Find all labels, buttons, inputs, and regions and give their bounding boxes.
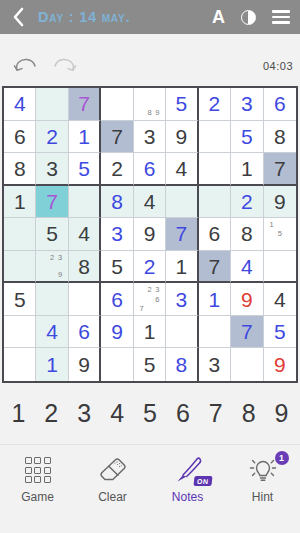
- cell-r8c6[interactable]: [166, 316, 198, 349]
- cell-r5c8[interactable]: 8: [231, 218, 263, 251]
- cell-value: 8: [111, 191, 123, 212]
- cell-value: 9: [78, 354, 90, 375]
- cell-r3c4[interactable]: 2: [101, 153, 133, 186]
- cell-value: 7: [46, 191, 58, 212]
- eraser-icon: [97, 455, 129, 485]
- cell-value: 1: [176, 256, 188, 277]
- cell-value: 1: [14, 191, 26, 212]
- undo-button[interactable]: [12, 56, 38, 77]
- cell-r9c9[interactable]: 9: [264, 348, 296, 381]
- cell-r3c5[interactable]: 6: [134, 153, 166, 186]
- numpad-key-9[interactable]: 9: [265, 392, 298, 434]
- cell-r9c8[interactable]: [231, 348, 263, 381]
- cell-value: 2: [111, 158, 123, 179]
- cell-r2c6[interactable]: 9: [166, 121, 198, 154]
- numpad-key-5[interactable]: 5: [134, 392, 167, 434]
- cell-value: 9: [176, 126, 188, 147]
- cell-r7c7[interactable]: 1: [199, 283, 231, 316]
- cell-value: 7: [274, 158, 286, 179]
- cell-value: 5: [78, 158, 90, 179]
- game-label: Game: [21, 490, 54, 504]
- cell-r8c5[interactable]: 1: [134, 316, 166, 349]
- clear-label: Clear: [98, 490, 127, 504]
- cell-value: 5: [241, 126, 253, 147]
- cell-value: 7: [209, 256, 221, 277]
- notes-label: Notes: [172, 490, 203, 504]
- cell-r5c2[interactable]: 5: [36, 218, 68, 251]
- numpad-key-3[interactable]: 3: [68, 392, 101, 434]
- numpad-key-7[interactable]: 7: [199, 392, 232, 434]
- cell-r5c7[interactable]: 6: [199, 218, 231, 251]
- cell-r1c9[interactable]: 6: [264, 88, 296, 121]
- cell-value: 9: [274, 354, 286, 375]
- cell-r8c4[interactable]: 9: [101, 316, 133, 349]
- cell-value: 7: [241, 321, 253, 342]
- chevron-left-icon: [12, 7, 24, 27]
- cell-r1c5[interactable]: 89: [134, 88, 166, 121]
- cell-r6c8[interactable]: 4: [231, 251, 263, 284]
- cell-r4c4[interactable]: 8: [101, 186, 133, 219]
- cell-value: 4: [274, 289, 286, 310]
- cell-value: 1: [209, 289, 221, 310]
- cell-r1c7[interactable]: 2: [199, 88, 231, 121]
- cell-r5c4[interactable]: 3: [101, 218, 133, 251]
- cell-value: 2: [144, 256, 156, 277]
- cell-value: 9: [111, 321, 123, 342]
- cell-r3c2[interactable]: 3: [36, 153, 68, 186]
- cell-value: 8: [78, 256, 90, 277]
- page-title: Day : 14 may.: [38, 9, 130, 25]
- cell-r1c4[interactable]: [101, 88, 133, 121]
- game-grid-icon: [22, 455, 54, 485]
- cell-value: 4: [176, 158, 188, 179]
- cell-r3c7[interactable]: [199, 153, 231, 186]
- cell-value: 3: [144, 126, 156, 147]
- cell-value: 7: [176, 223, 188, 244]
- cell-r7c2[interactable]: [36, 283, 68, 316]
- cell-r6c1[interactable]: [4, 251, 36, 284]
- cell-value: 1: [144, 321, 156, 342]
- cell-value: 9: [241, 289, 253, 310]
- cell-r2c4[interactable]: 7: [101, 121, 133, 154]
- cell-value: 2: [209, 93, 221, 114]
- cell-r9c4[interactable]: [101, 348, 133, 381]
- cell-r4c8[interactable]: 2: [231, 186, 263, 219]
- contrast-icon[interactable]: [241, 10, 256, 25]
- cell-r6c6[interactable]: 1: [166, 251, 198, 284]
- hint-label: Hint: [252, 490, 273, 504]
- cell-value: 1: [241, 158, 253, 179]
- cell-r6c5[interactable]: 2: [134, 251, 166, 284]
- cell-r3c6[interactable]: 4: [166, 153, 198, 186]
- font-size-button[interactable]: A: [212, 8, 225, 26]
- cell-value: 3: [241, 93, 253, 114]
- cell-r5c3[interactable]: 4: [69, 218, 101, 251]
- cell-value: 3: [176, 289, 188, 310]
- cell-r7c6[interactable]: 3: [166, 283, 198, 316]
- cell-r4c6[interactable]: [166, 186, 198, 219]
- cell-value: 1: [78, 126, 90, 147]
- cell-r4c3[interactable]: [69, 186, 101, 219]
- undo-icon: [12, 56, 38, 74]
- cell-value: 8: [14, 158, 26, 179]
- cell-value: 3: [209, 354, 221, 375]
- cell-r5c5[interactable]: 9: [134, 218, 166, 251]
- cell-r8c9[interactable]: 5: [264, 316, 296, 349]
- cell-r4c5[interactable]: 4: [134, 186, 166, 219]
- cell-r8c8[interactable]: 7: [231, 316, 263, 349]
- cell-r7c1[interactable]: 5: [4, 283, 36, 316]
- cell-value: 7: [111, 126, 123, 147]
- cell-r7c3[interactable]: [69, 283, 101, 316]
- numpad-key-4[interactable]: 4: [101, 392, 134, 434]
- cell-value: 1: [46, 354, 58, 375]
- clear-button[interactable]: Clear: [75, 455, 150, 510]
- cell-r9c6[interactable]: 8: [166, 348, 198, 381]
- cell-r1c2[interactable]: [36, 88, 68, 121]
- cell-r1c3[interactable]: 7: [69, 88, 101, 121]
- cell-r2c7[interactable]: [199, 121, 231, 154]
- hint-count-badge: 1: [275, 451, 289, 465]
- cell-value: 6: [274, 93, 286, 114]
- numpad-key-1[interactable]: 1: [2, 392, 35, 434]
- cell-r4c2[interactable]: 7: [36, 186, 68, 219]
- cell-value: 4: [14, 93, 26, 114]
- cell-value: 4: [144, 191, 156, 212]
- cell-r7c5[interactable]: 2367: [134, 283, 166, 316]
- cell-r1c1[interactable]: 4: [4, 88, 36, 121]
- cell-r9c2[interactable]: 1: [36, 348, 68, 381]
- cell-value: 5: [46, 223, 58, 244]
- redo-icon: [52, 56, 78, 74]
- cell-value: 6: [144, 158, 156, 179]
- cell-r9c1[interactable]: [4, 348, 36, 381]
- header-actions: A: [212, 8, 290, 26]
- cell-r5c9[interactable]: 15: [264, 218, 296, 251]
- notes-on-badge: ON: [193, 476, 212, 486]
- cell-value: 9: [274, 191, 286, 212]
- cell-r6c2[interactable]: 239: [36, 251, 68, 284]
- menu-icon[interactable]: [272, 10, 290, 24]
- cell-value: 2: [46, 126, 58, 147]
- hint-button[interactable]: 1 Hint: [225, 455, 300, 510]
- bottom-toolbar: Game Clear: [0, 444, 300, 510]
- notes-button[interactable]: ON Notes: [150, 455, 225, 510]
- cell-value: 2: [241, 191, 253, 212]
- cell-r9c7[interactable]: 3: [199, 348, 231, 381]
- cell-r6c9[interactable]: [264, 251, 296, 284]
- sudoku-board: 4789523662173958835264171784295439768152…: [2, 86, 298, 383]
- cell-r1c8[interactable]: 3: [231, 88, 263, 121]
- cell-value: 3: [46, 158, 58, 179]
- cell-value: 5: [274, 321, 286, 342]
- numpad-key-2[interactable]: 2: [35, 392, 68, 434]
- cell-value: 8: [176, 354, 188, 375]
- cell-r2c5[interactable]: 3: [134, 121, 166, 154]
- cell-r3c1[interactable]: 8: [4, 153, 36, 186]
- game-timer: 04:03: [263, 60, 293, 72]
- back-button[interactable]: [8, 5, 28, 29]
- cell-value: 6: [209, 223, 221, 244]
- game-button[interactable]: Game: [0, 455, 75, 510]
- cell-value: 5: [144, 354, 156, 375]
- pencil-notes: 89: [134, 88, 165, 120]
- sudoku-app-screen: Day : 14 may. A 04:03 478952366217395883…: [0, 0, 300, 533]
- pencil-notes: 15: [264, 218, 296, 250]
- cell-value: 9: [144, 223, 156, 244]
- cell-r7c4[interactable]: 6: [101, 283, 133, 316]
- cell-r2c3[interactable]: 1: [69, 121, 101, 154]
- pencil-notes: 2367: [134, 283, 165, 315]
- pencil-icon: ON: [172, 455, 204, 485]
- cell-r5c1[interactable]: [4, 218, 36, 251]
- cell-r3c9[interactable]: 7: [264, 153, 296, 186]
- cell-r3c8[interactable]: 1: [231, 153, 263, 186]
- cell-r5c6[interactable]: 7: [166, 218, 198, 251]
- cell-value: 5: [14, 289, 26, 310]
- cell-r1c6[interactable]: 5: [166, 88, 198, 121]
- numpad-key-6[interactable]: 6: [166, 392, 199, 434]
- cell-r7c8[interactable]: 9: [231, 283, 263, 316]
- cell-r2c9[interactable]: 8: [264, 121, 296, 154]
- cell-r6c4[interactable]: 5: [101, 251, 133, 284]
- cell-value: 8: [274, 126, 286, 147]
- cell-r2c8[interactable]: 5: [231, 121, 263, 154]
- cell-value: 4: [46, 321, 58, 342]
- cell-r9c3[interactable]: 9: [69, 348, 101, 381]
- header-bar: Day : 14 may. A: [0, 0, 300, 34]
- cell-r8c7[interactable]: [199, 316, 231, 349]
- cell-r9c5[interactable]: 5: [134, 348, 166, 381]
- cell-r3c3[interactable]: 5: [69, 153, 101, 186]
- cell-value: 6: [14, 126, 26, 147]
- numpad-key-8[interactable]: 8: [232, 392, 265, 434]
- cell-value: 5: [111, 256, 123, 277]
- cell-r6c7[interactable]: 7: [199, 251, 231, 284]
- cell-value: 6: [111, 289, 123, 310]
- cell-r2c2[interactable]: 2: [36, 121, 68, 154]
- history-bar: 04:03: [0, 34, 300, 84]
- cell-r8c3[interactable]: 6: [69, 316, 101, 349]
- cell-value: 3: [111, 223, 123, 244]
- cell-value: 4: [241, 256, 253, 277]
- cell-value: 8: [241, 223, 253, 244]
- cell-value: 5: [176, 93, 188, 114]
- cell-value: 7: [78, 93, 90, 114]
- cell-r2c1[interactable]: 6: [4, 121, 36, 154]
- redo-button[interactable]: [52, 56, 78, 77]
- cell-r6c3[interactable]: 8: [69, 251, 101, 284]
- number-pad: 123456789: [2, 392, 298, 434]
- cell-value: 6: [78, 321, 90, 342]
- cell-r4c1[interactable]: 1: [4, 186, 36, 219]
- cell-r8c1[interactable]: [4, 316, 36, 349]
- cell-r8c2[interactable]: 4: [36, 316, 68, 349]
- cell-r4c9[interactable]: 9: [264, 186, 296, 219]
- cell-r4c7[interactable]: [199, 186, 231, 219]
- cell-r7c9[interactable]: 4: [264, 283, 296, 316]
- pencil-notes: 239: [36, 251, 67, 282]
- lightbulb-icon: 1: [247, 455, 279, 485]
- cell-value: 4: [78, 223, 90, 244]
